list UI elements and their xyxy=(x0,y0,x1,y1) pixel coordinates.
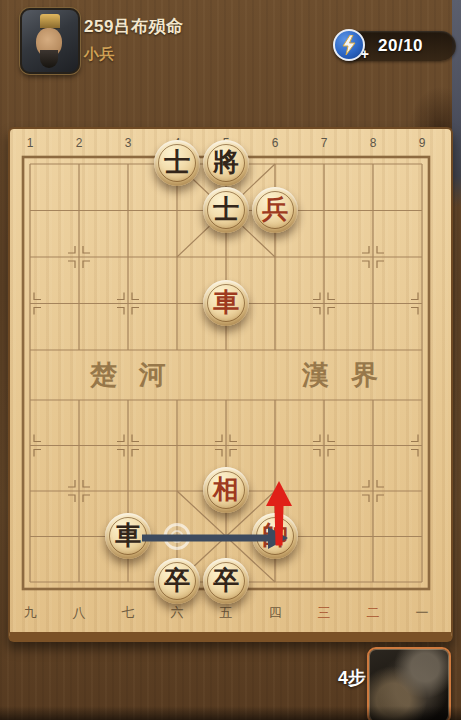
black-chariot[interactable]: 車 xyxy=(105,513,151,559)
avatar-crown xyxy=(40,14,60,28)
avatar-beard xyxy=(40,50,58,68)
pieces-layer: 士將士兵車相車帥卒卒 xyxy=(10,129,451,632)
header-bar: 259吕布殒命 小兵 + 20/10 xyxy=(0,0,461,120)
red-chariot[interactable]: 車 xyxy=(203,280,249,326)
red-general-glyph: 帥 xyxy=(262,522,288,548)
black-advisor[interactable]: 士 xyxy=(154,140,200,186)
energy-badge[interactable]: + 20/10 xyxy=(336,31,456,61)
lightning-icon: + xyxy=(333,29,365,61)
black-general-glyph: 將 xyxy=(213,149,239,175)
puzzle-thumbnail[interactable] xyxy=(367,647,451,720)
red-soldier-glyph: 兵 xyxy=(262,196,288,222)
red-elephant-glyph: 相 xyxy=(213,476,239,502)
xiangqi-board[interactable]: 楚河 漢界 士將士兵車相車帥卒卒 123456789九八七六五四三二一 xyxy=(8,127,453,642)
red-soldier[interactable]: 兵 xyxy=(252,187,298,233)
black-general[interactable]: 將 xyxy=(203,140,249,186)
energy-count: 20/10 xyxy=(378,36,423,56)
black-advisor-glyph: 士 xyxy=(164,149,190,175)
black-chariot-glyph: 車 xyxy=(115,522,141,548)
puzzle-title: 259吕布殒命 xyxy=(84,15,184,38)
black-advisor[interactable]: 士 xyxy=(203,187,249,233)
red-general[interactable]: 帥 xyxy=(252,513,298,559)
black-soldier-glyph: 卒 xyxy=(164,567,190,593)
black-soldier[interactable]: 卒 xyxy=(154,558,200,604)
black-soldier-glyph: 卒 xyxy=(213,567,239,593)
black-advisor-glyph: 士 xyxy=(213,196,239,222)
avatar[interactable] xyxy=(20,8,80,74)
red-elephant[interactable]: 相 xyxy=(203,467,249,513)
black-soldier[interactable]: 卒 xyxy=(203,558,249,604)
plus-icon: + xyxy=(361,46,369,62)
red-chariot-glyph: 車 xyxy=(213,289,239,315)
steps-label: 4步 xyxy=(338,666,366,690)
player-rank: 小兵 xyxy=(84,45,184,64)
